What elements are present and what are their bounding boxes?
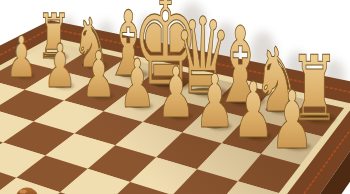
piece-white-pawn-c2: ♟ bbox=[195, 58, 235, 144]
chess-set-photo: ♜♞♝♟♚♟♛♟♝♟♞♟♜♟♟♟ bbox=[0, 0, 350, 194]
piece-white-pawn-d2: ♟ bbox=[157, 52, 195, 134]
piece-white-pawn-e2: ♟ bbox=[119, 45, 155, 122]
black-pawn-highlight bbox=[19, 190, 26, 194]
piece-white-pawn-a2: ♟ bbox=[270, 73, 314, 167]
piece-white-pawn-h2: ♟ bbox=[6, 24, 37, 91]
piece-white-pawn-f2: ♟ bbox=[81, 38, 116, 112]
piece-white-pawn-g2: ♟ bbox=[44, 31, 77, 101]
chessboard-scene: ♜♞♝♟♚♟♛♟♝♟♞♟♜♟♟♟ bbox=[0, 0, 350, 194]
piece-white-pawn-b2: ♟ bbox=[232, 66, 274, 155]
